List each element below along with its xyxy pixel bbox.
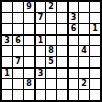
cell-r9c5[interactable] — [46, 90, 56, 100]
cell-r5c3[interactable] — [24, 46, 34, 56]
cell-r8c6[interactable] — [57, 79, 67, 89]
cell-r4c5[interactable] — [46, 35, 56, 45]
cell-r5c4[interactable] — [35, 46, 45, 56]
cell-r7c8[interactable] — [79, 68, 89, 78]
cell-r1c1[interactable] — [2, 2, 12, 12]
cell-r8c3: 8 — [24, 79, 34, 89]
cell-r9c4[interactable] — [35, 90, 45, 100]
cell-r8c5[interactable] — [46, 79, 56, 89]
cell-r3c7: 6 — [68, 24, 78, 34]
given-digit: 8 — [48, 47, 54, 55]
cell-r1c3: 9 — [24, 2, 34, 12]
cell-r9c1[interactable] — [2, 90, 12, 100]
given-digit: 8 — [26, 80, 32, 88]
cell-r8c1[interactable] — [2, 79, 12, 89]
cell-r6c5: 5 — [46, 57, 56, 67]
given-digit: 5 — [48, 58, 54, 66]
cell-r6c1[interactable] — [2, 57, 12, 67]
cell-r7c7[interactable] — [68, 68, 78, 78]
cell-r4c1: 3 — [2, 35, 12, 45]
cell-r7c2[interactable] — [13, 68, 23, 78]
cell-r9c7[interactable] — [68, 90, 78, 100]
cell-r6c4[interactable] — [35, 57, 45, 67]
cell-r5c2[interactable] — [13, 46, 23, 56]
cell-r2c5[interactable] — [46, 13, 56, 23]
cell-r3c9: 1 — [90, 24, 100, 34]
given-digit: 3 — [38, 70, 44, 78]
cell-r3c8[interactable] — [79, 24, 89, 34]
cell-r1c4[interactable] — [35, 2, 45, 12]
cell-r4c7[interactable] — [68, 35, 78, 45]
cell-r6c3[interactable] — [24, 57, 34, 67]
cell-r3c6[interactable] — [57, 24, 67, 34]
cell-r1c7[interactable] — [68, 2, 78, 12]
cell-r9c9[interactable] — [90, 90, 100, 100]
cell-r4c9[interactable] — [90, 35, 100, 45]
given-digit: 3 — [4, 37, 10, 45]
cell-r3c2[interactable] — [13, 24, 23, 34]
given-digit: 3 — [71, 14, 77, 22]
cell-r5c9[interactable] — [90, 46, 100, 56]
cell-r5c6[interactable] — [57, 46, 67, 56]
cell-r7c3[interactable] — [24, 68, 34, 78]
cell-r9c6[interactable] — [57, 90, 67, 100]
cell-r4c3[interactable] — [24, 35, 34, 45]
cell-r6c7[interactable] — [68, 57, 78, 67]
cell-r1c5: 2 — [46, 2, 56, 12]
cell-r6c9[interactable] — [90, 57, 100, 67]
cell-r7c1: 1 — [2, 68, 12, 78]
cell-r4c2: 6 — [13, 35, 23, 45]
cell-r2c6[interactable] — [57, 13, 67, 23]
cell-r7c9[interactable] — [90, 68, 100, 78]
cell-r2c9[interactable] — [90, 13, 100, 23]
given-digit: 1 — [38, 37, 44, 45]
cell-r8c2[interactable] — [13, 79, 23, 89]
cell-r8c8: 2 — [79, 79, 89, 89]
cell-r5c8: 4 — [79, 46, 89, 56]
cell-r3c5[interactable] — [46, 24, 56, 34]
cell-r8c4[interactable] — [35, 79, 45, 89]
cell-r8c7[interactable] — [68, 79, 78, 89]
cell-r2c4: 7 — [35, 13, 45, 23]
given-digit: 9 — [26, 3, 32, 11]
cell-r1c9[interactable] — [90, 2, 100, 12]
cell-r6c8[interactable] — [79, 57, 89, 67]
cell-r3c4[interactable] — [35, 24, 45, 34]
given-digit: 7 — [38, 14, 44, 22]
cell-r3c1[interactable] — [2, 24, 12, 34]
cell-r2c8[interactable] — [79, 13, 89, 23]
cell-r2c1[interactable] — [2, 13, 12, 23]
cell-r5c5: 8 — [46, 46, 56, 56]
cell-r6c2: 7 — [13, 57, 23, 67]
cell-r5c7[interactable] — [68, 46, 78, 56]
given-digit: 1 — [92, 25, 98, 33]
cell-r1c6[interactable] — [57, 2, 67, 12]
cell-r8c9[interactable] — [90, 79, 100, 89]
sudoku-board: 92736136184751382 — [0, 0, 102, 102]
given-digit: 6 — [15, 37, 21, 45]
cell-r4c6[interactable] — [57, 35, 67, 45]
given-digit: 7 — [15, 58, 21, 66]
cell-r2c7: 3 — [68, 13, 78, 23]
cell-r7c6[interactable] — [57, 68, 67, 78]
cell-r6c6[interactable] — [57, 57, 67, 67]
cell-r7c4: 3 — [35, 68, 45, 78]
cell-r2c3[interactable] — [24, 13, 34, 23]
given-digit: 2 — [48, 3, 54, 11]
given-digit: 2 — [81, 80, 87, 88]
given-digit: 6 — [71, 25, 77, 33]
given-digit: 4 — [81, 47, 87, 55]
given-digit: 1 — [4, 70, 10, 78]
cell-r4c8[interactable] — [79, 35, 89, 45]
cell-r9c2[interactable] — [13, 90, 23, 100]
cell-r9c3[interactable] — [24, 90, 34, 100]
cell-r5c1[interactable] — [2, 46, 12, 56]
cell-r2c2[interactable] — [13, 13, 23, 23]
cell-r3c3[interactable] — [24, 24, 34, 34]
cell-r1c2[interactable] — [13, 2, 23, 12]
cell-r4c4: 1 — [35, 35, 45, 45]
cell-r1c8[interactable] — [79, 2, 89, 12]
cell-r7c5[interactable] — [46, 68, 56, 78]
cell-r9c8[interactable] — [79, 90, 89, 100]
